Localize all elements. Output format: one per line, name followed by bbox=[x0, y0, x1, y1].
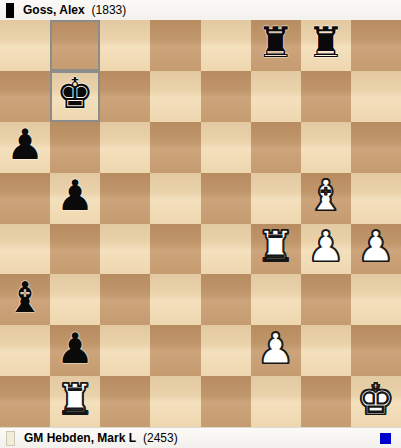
square-a3[interactable]: ♝ bbox=[0, 274, 50, 325]
square-h7[interactable] bbox=[351, 71, 401, 122]
square-a1[interactable] bbox=[0, 376, 50, 427]
square-f6[interactable] bbox=[251, 122, 301, 173]
square-a8[interactable] bbox=[0, 20, 50, 71]
piece-black-pawn[interactable]: ♟ bbox=[6, 124, 44, 166]
square-d6[interactable] bbox=[150, 122, 200, 173]
square-c4[interactable] bbox=[100, 224, 150, 275]
square-e4[interactable] bbox=[201, 224, 251, 275]
chess-app-window: Goss, Alex (1833) ♜♜♚♟♟♝♜♟♟♝♟♟♜♚ GM Hebd… bbox=[0, 0, 401, 448]
square-h1[interactable]: ♚ bbox=[351, 376, 401, 427]
square-b1[interactable]: ♜ bbox=[50, 376, 100, 427]
bottom-player-bar: GM Hebden, Mark L (2453) bbox=[0, 427, 401, 448]
piece-white-rook[interactable]: ♜ bbox=[56, 379, 94, 421]
square-h2[interactable] bbox=[351, 325, 401, 376]
square-a6[interactable]: ♟ bbox=[0, 122, 50, 173]
square-g8[interactable]: ♜ bbox=[301, 20, 351, 71]
square-a4[interactable] bbox=[0, 224, 50, 275]
top-player-rating: (1833) bbox=[92, 3, 127, 17]
square-e8[interactable] bbox=[201, 20, 251, 71]
piece-white-bishop[interactable]: ♝ bbox=[307, 175, 345, 217]
square-g3[interactable] bbox=[301, 274, 351, 325]
square-g4[interactable]: ♟ bbox=[301, 224, 351, 275]
square-a5[interactable] bbox=[0, 173, 50, 224]
square-d2[interactable] bbox=[150, 325, 200, 376]
square-b7[interactable]: ♚ bbox=[50, 71, 100, 122]
square-c8[interactable] bbox=[100, 20, 150, 71]
square-g5[interactable]: ♝ bbox=[301, 173, 351, 224]
black-color-icon bbox=[6, 3, 14, 18]
square-e7[interactable] bbox=[201, 71, 251, 122]
square-d3[interactable] bbox=[150, 274, 200, 325]
square-g6[interactable] bbox=[301, 122, 351, 173]
square-h8[interactable] bbox=[351, 20, 401, 71]
square-f8[interactable]: ♜ bbox=[251, 20, 301, 71]
side-to-move-indicator bbox=[380, 433, 391, 444]
piece-black-bishop[interactable]: ♝ bbox=[6, 277, 44, 319]
square-a7[interactable] bbox=[0, 71, 50, 122]
square-e1[interactable] bbox=[201, 376, 251, 427]
square-d5[interactable] bbox=[150, 173, 200, 224]
piece-black-rook[interactable]: ♜ bbox=[307, 22, 345, 64]
square-a2[interactable] bbox=[0, 325, 50, 376]
square-f2[interactable]: ♟ bbox=[251, 325, 301, 376]
piece-white-rook[interactable]: ♜ bbox=[257, 226, 295, 268]
board: ♜♜♚♟♟♝♜♟♟♝♟♟♜♚ bbox=[0, 20, 401, 427]
top-player-name: Goss, Alex bbox=[23, 3, 85, 17]
square-e5[interactable] bbox=[201, 173, 251, 224]
square-h3[interactable] bbox=[351, 274, 401, 325]
square-h5[interactable] bbox=[351, 173, 401, 224]
square-h4[interactable]: ♟ bbox=[351, 224, 401, 275]
square-g7[interactable] bbox=[301, 71, 351, 122]
square-e3[interactable] bbox=[201, 274, 251, 325]
square-f4[interactable]: ♜ bbox=[251, 224, 301, 275]
square-h6[interactable] bbox=[351, 122, 401, 173]
bottom-player-name: GM Hebden, Mark L bbox=[24, 431, 136, 445]
piece-black-pawn[interactable]: ♟ bbox=[56, 328, 94, 370]
white-color-icon bbox=[6, 431, 15, 446]
piece-white-king[interactable]: ♚ bbox=[357, 379, 395, 421]
square-b8[interactable] bbox=[50, 20, 100, 71]
square-c6[interactable] bbox=[100, 122, 150, 173]
square-f7[interactable] bbox=[251, 71, 301, 122]
square-d8[interactable] bbox=[150, 20, 200, 71]
square-b4[interactable] bbox=[50, 224, 100, 275]
piece-black-rook[interactable]: ♜ bbox=[257, 22, 295, 64]
piece-black-king[interactable]: ♚ bbox=[56, 73, 94, 115]
square-c3[interactable] bbox=[100, 274, 150, 325]
square-d1[interactable] bbox=[150, 376, 200, 427]
square-g1[interactable] bbox=[301, 376, 351, 427]
square-d4[interactable] bbox=[150, 224, 200, 275]
square-f3[interactable] bbox=[251, 274, 301, 325]
square-f1[interactable] bbox=[251, 376, 301, 427]
top-player-bar: Goss, Alex (1833) bbox=[0, 0, 401, 20]
square-b6[interactable] bbox=[50, 122, 100, 173]
square-e2[interactable] bbox=[201, 325, 251, 376]
piece-black-pawn[interactable]: ♟ bbox=[56, 175, 94, 217]
square-f5[interactable] bbox=[251, 173, 301, 224]
square-e6[interactable] bbox=[201, 122, 251, 173]
bottom-player-rating: (2453) bbox=[143, 431, 178, 445]
square-b5[interactable]: ♟ bbox=[50, 173, 100, 224]
square-g2[interactable] bbox=[301, 325, 351, 376]
piece-white-pawn[interactable]: ♟ bbox=[357, 226, 395, 268]
square-b3[interactable] bbox=[50, 274, 100, 325]
square-c2[interactable] bbox=[100, 325, 150, 376]
piece-white-pawn[interactable]: ♟ bbox=[257, 328, 295, 370]
square-d7[interactable] bbox=[150, 71, 200, 122]
piece-white-pawn[interactable]: ♟ bbox=[307, 226, 345, 268]
square-c7[interactable] bbox=[100, 71, 150, 122]
square-c5[interactable] bbox=[100, 173, 150, 224]
square-b2[interactable]: ♟ bbox=[50, 325, 100, 376]
square-c1[interactable] bbox=[100, 376, 150, 427]
